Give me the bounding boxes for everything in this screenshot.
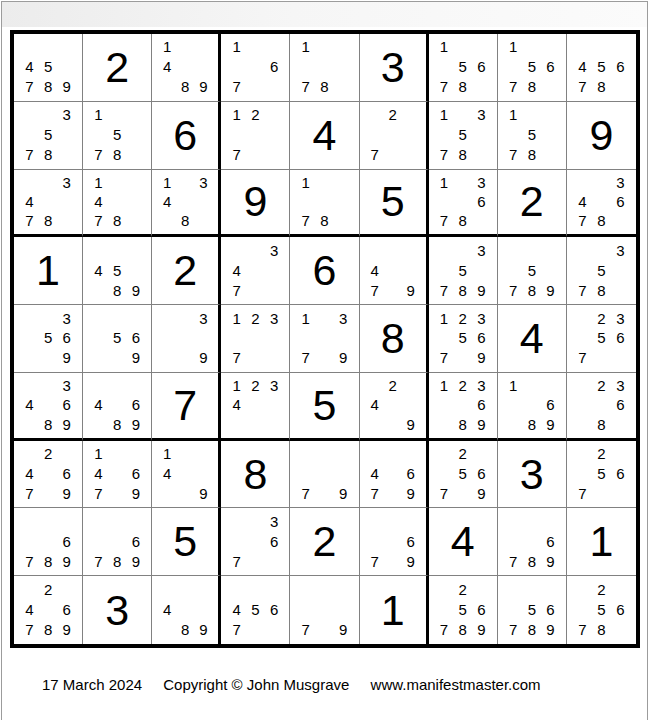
- cell-r7c9: 2567: [567, 441, 636, 509]
- pencil-mark: 8: [108, 414, 127, 433]
- pencil-mark: 4: [366, 395, 384, 414]
- pencil-mark: 8: [592, 280, 611, 300]
- cell-r3c5: 178: [290, 170, 359, 238]
- pencil-mark: 6: [265, 531, 284, 551]
- pencil-marks: 123689: [429, 373, 497, 438]
- pencil-mark: 7: [366, 484, 384, 504]
- pencil-mark: 3: [472, 308, 491, 328]
- footer-copyright: Copyright © John Musgrave: [163, 676, 349, 693]
- pencil-mark: 1: [227, 308, 246, 328]
- cell-r3c2: 1478: [83, 170, 152, 238]
- pencil-mark: 3: [472, 376, 491, 395]
- pencil-mark: 8: [592, 414, 611, 433]
- pencil-mark: 5: [39, 57, 58, 77]
- pencil-mark: 9: [57, 551, 76, 571]
- cell-r5c1: 3569: [14, 305, 83, 373]
- cell-r1c7: 15678: [429, 34, 498, 102]
- pencil-marks: 2368: [567, 373, 636, 438]
- pencil-marks: 45678: [567, 34, 636, 101]
- pencil-marks: 79: [290, 441, 358, 508]
- pencil-mark: 5: [592, 260, 611, 280]
- pencil-mark: 5: [246, 599, 265, 619]
- cell-r4c1: 1: [14, 237, 83, 305]
- pencil-mark: 1: [504, 376, 523, 395]
- pencil-mark: 2: [39, 579, 58, 599]
- solved-digit: 3: [520, 453, 544, 496]
- pencil-mark: 8: [39, 414, 58, 433]
- pencil-marks: 149: [152, 441, 218, 508]
- pencil-marks: 489: [152, 576, 218, 644]
- pencil-marks: 367: [221, 508, 289, 575]
- pencil-mark: 2: [592, 308, 611, 328]
- pencil-mark: 7: [435, 348, 454, 368]
- cell-r6c6: 249: [360, 373, 429, 441]
- pencil-mark: 6: [611, 464, 630, 484]
- pencil-mark: 8: [108, 551, 127, 571]
- pencil-mark: 9: [194, 484, 212, 504]
- pencil-marks: 1578: [83, 102, 151, 169]
- pencil-mark: 6: [57, 599, 76, 619]
- pencil-mark: 1: [435, 376, 454, 395]
- cell-r1c8: 15678: [498, 34, 567, 102]
- pencil-mark: 9: [541, 551, 560, 571]
- footer: 17 March 2024 Copyright © John Musgrave …: [42, 676, 541, 693]
- cell-r2c6: 27: [360, 102, 429, 170]
- pencil-mark: 7: [504, 145, 523, 165]
- pencil-mark: 7: [89, 551, 108, 571]
- cell-r5c3: 39: [152, 305, 221, 373]
- cell-r3c8: 2: [498, 170, 567, 238]
- cell-r6c3: 7: [152, 373, 221, 441]
- pencil-mark: 6: [472, 395, 491, 414]
- pencil-mark: 7: [573, 211, 592, 230]
- pencil-mark: 3: [194, 308, 212, 328]
- pencil-mark: 7: [504, 280, 523, 300]
- pencil-marks: 4567: [221, 576, 289, 644]
- pencil-mark: 6: [472, 328, 491, 348]
- pencil-mark: 3: [472, 173, 491, 192]
- pencil-marks: 6789: [14, 508, 82, 575]
- pencil-mark: 5: [39, 328, 58, 348]
- pencil-mark: 1: [158, 444, 176, 464]
- pencil-marks: 3578: [567, 237, 636, 304]
- pencil-mark: 8: [108, 145, 127, 165]
- pencil-marks: 34689: [14, 373, 82, 438]
- cell-r5c6: 8: [360, 305, 429, 373]
- pencil-mark: 3: [611, 308, 630, 328]
- pencil-mark: 5: [453, 599, 472, 619]
- pencil-mark: 7: [573, 620, 592, 640]
- cell-r3c3: 1348: [152, 170, 221, 238]
- cell-r2c2: 1578: [83, 102, 152, 170]
- cell-r9c7: 256789: [429, 576, 498, 644]
- cell-r8c9: 1: [567, 508, 636, 576]
- cell-r8c1: 6789: [14, 508, 83, 576]
- cell-r2c7: 13578: [429, 102, 498, 170]
- cell-r1c5: 178: [290, 34, 359, 102]
- solved-digit: 1: [589, 520, 613, 563]
- pencil-mark: 8: [522, 620, 541, 640]
- pencil-mark: 6: [402, 464, 420, 484]
- pencil-mark: 9: [472, 620, 491, 640]
- cell-r5c5: 1379: [290, 305, 359, 373]
- cell-r7c2: 14679: [83, 441, 152, 509]
- cell-r4c4: 347: [221, 237, 290, 305]
- pencil-mark: 7: [366, 551, 384, 571]
- cell-r2c1: 3578: [14, 102, 83, 170]
- cell-r9c8: 56789: [498, 576, 567, 644]
- cell-r1c9: 45678: [567, 34, 636, 102]
- pencil-marks: 1234: [221, 373, 289, 438]
- pencil-mark: 6: [541, 57, 560, 77]
- pencil-marks: 27: [360, 102, 426, 169]
- top-toolbar-strip: [2, 2, 647, 27]
- pencil-mark: 9: [57, 484, 76, 504]
- pencil-mark: 9: [127, 348, 146, 368]
- pencil-mark: 5: [453, 260, 472, 280]
- pencil-mark: 7: [504, 620, 523, 640]
- pencil-mark: 1: [158, 173, 176, 192]
- pencil-mark: 5: [592, 57, 611, 77]
- pencil-marks: 13678: [429, 170, 497, 235]
- pencil-mark: 5: [522, 260, 541, 280]
- pencil-mark: 1: [89, 444, 108, 464]
- pencil-mark: 3: [265, 376, 284, 395]
- pencil-mark: 7: [435, 620, 454, 640]
- pencil-mark: 6: [611, 192, 630, 211]
- pencil-mark: 7: [366, 145, 384, 165]
- cell-r3c6: 5: [360, 170, 429, 238]
- pencil-mark: 8: [176, 77, 194, 97]
- pencil-mark: 6: [57, 395, 76, 414]
- pencil-mark: 4: [158, 192, 176, 211]
- pencil-mark: 9: [472, 484, 491, 504]
- pencil-mark: 4: [20, 464, 39, 484]
- cell-r9c1: 246789: [14, 576, 83, 644]
- pencil-mark: 1: [158, 37, 176, 57]
- pencil-mark: 2: [246, 308, 265, 328]
- pencil-mark: 7: [20, 145, 39, 165]
- pencil-mark: 9: [472, 280, 491, 300]
- cell-r7c1: 24679: [14, 441, 83, 509]
- solved-digit: 2: [105, 46, 129, 89]
- pencil-mark: 7: [227, 280, 246, 300]
- pencil-marks: 1235679: [429, 305, 497, 372]
- cell-r7c3: 149: [152, 441, 221, 509]
- pencil-mark: 9: [541, 620, 560, 640]
- pencil-mark: 6: [265, 57, 284, 77]
- pencil-mark: 4: [89, 192, 108, 211]
- pencil-mark: 7: [573, 77, 592, 97]
- cell-r5c4: 1237: [221, 305, 290, 373]
- sudoku-board: 4578921489167178315678156784567835781578…: [10, 30, 640, 648]
- pencil-mark: 2: [246, 105, 265, 125]
- pencil-mark: 2: [384, 376, 402, 395]
- pencil-mark: 4: [89, 260, 108, 280]
- pencil-mark: 7: [435, 77, 454, 97]
- footer-website: www.manifestmaster.com: [371, 676, 541, 693]
- pencil-mark: 5: [592, 328, 611, 348]
- pencil-mark: 9: [127, 551, 146, 571]
- pencil-mark: 3: [611, 376, 630, 395]
- pencil-mark: 9: [541, 280, 560, 300]
- pencil-mark: 9: [57, 414, 76, 433]
- pencil-mark: 7: [573, 280, 592, 300]
- pencil-marks: 1348: [152, 170, 218, 235]
- solved-digit: 5: [313, 384, 337, 427]
- pencil-mark: 8: [453, 211, 472, 230]
- pencil-mark: 7: [296, 484, 315, 504]
- pencil-mark: 8: [522, 77, 541, 97]
- cell-r8c5: 2: [290, 508, 359, 576]
- pencil-mark: 9: [194, 348, 212, 368]
- cell-r4c2: 4589: [83, 237, 152, 305]
- pencil-marks: 127: [221, 102, 289, 169]
- cell-r4c5: 6: [290, 237, 359, 305]
- pencil-mark: 5: [522, 125, 541, 145]
- pencil-marks: 15678: [498, 34, 566, 101]
- pencil-mark: 7: [435, 280, 454, 300]
- cell-r8c3: 5: [152, 508, 221, 576]
- pencil-marks: 34678: [567, 170, 636, 235]
- pencil-mark: 8: [453, 280, 472, 300]
- pencil-mark: 4: [573, 192, 592, 211]
- cell-r9c2: 3: [83, 576, 152, 644]
- pencil-mark: 7: [573, 484, 592, 504]
- cell-r9c5: 79: [290, 576, 359, 644]
- pencil-mark: 6: [611, 599, 630, 619]
- pencil-marks: 256789: [429, 576, 497, 644]
- solved-digit: 5: [381, 180, 405, 223]
- cell-r6c8: 1689: [498, 373, 567, 441]
- pencil-marks: 1489: [152, 34, 218, 101]
- pencil-mark: 8: [592, 77, 611, 97]
- solved-digit: 2: [173, 249, 197, 292]
- pencil-marks: 5789: [498, 237, 566, 304]
- pencil-mark: 9: [472, 348, 491, 368]
- pencil-mark: 7: [227, 620, 246, 640]
- pencil-mark: 6: [127, 395, 146, 414]
- pencil-mark: 8: [522, 145, 541, 165]
- pencil-mark: 1: [227, 105, 246, 125]
- solved-digit: 4: [520, 317, 544, 360]
- pencil-mark: 7: [366, 280, 384, 300]
- pencil-mark: 6: [402, 531, 420, 551]
- pencil-mark: 6: [541, 599, 560, 619]
- cell-r7c8: 3: [498, 441, 567, 509]
- pencil-mark: 3: [265, 308, 284, 328]
- pencil-mark: 3: [472, 240, 491, 260]
- pencil-mark: 6: [611, 395, 630, 414]
- footer-date: 17 March 2024: [42, 676, 142, 693]
- pencil-mark: 7: [20, 620, 39, 640]
- pencil-mark: 8: [108, 280, 127, 300]
- pencil-mark: 1: [435, 105, 454, 125]
- pencil-mark: 7: [573, 348, 592, 368]
- pencil-mark: 2: [592, 444, 611, 464]
- pencil-mark: 3: [57, 308, 76, 328]
- pencil-mark: 9: [334, 348, 353, 368]
- pencil-marks: 178: [290, 34, 358, 101]
- pencil-mark: 7: [20, 484, 39, 504]
- pencil-mark: 9: [127, 484, 146, 504]
- pencil-marks: 246789: [14, 576, 82, 644]
- solved-digit: 6: [173, 114, 197, 157]
- pencil-marks: 1689: [498, 373, 566, 438]
- pencil-mark: 6: [541, 395, 560, 414]
- pencil-mark: 2: [384, 105, 402, 125]
- pencil-mark: 8: [453, 77, 472, 97]
- pencil-mark: 1: [435, 308, 454, 328]
- pencil-mark: 7: [296, 348, 315, 368]
- pencil-mark: 4: [158, 464, 176, 484]
- pencil-mark: 7: [296, 77, 315, 97]
- pencil-mark: 3: [611, 173, 630, 192]
- solved-digit: 1: [36, 249, 60, 292]
- cell-r3c1: 3478: [14, 170, 83, 238]
- pencil-mark: 4: [89, 395, 108, 414]
- cell-r1c3: 1489: [152, 34, 221, 102]
- pencil-mark: 1: [435, 173, 454, 192]
- pencil-mark: 3: [57, 376, 76, 395]
- pencil-mark: 9: [57, 77, 76, 97]
- pencil-mark: 7: [227, 77, 246, 97]
- pencil-marks: 4589: [83, 237, 151, 304]
- pencil-marks: 249: [360, 373, 426, 438]
- solved-digit: 9: [589, 114, 613, 157]
- pencil-mark: 2: [246, 376, 265, 395]
- pencil-mark: 7: [227, 348, 246, 368]
- pencil-mark: 5: [108, 125, 127, 145]
- pencil-mark: 1: [504, 105, 523, 125]
- pencil-mark: 3: [57, 105, 76, 125]
- pencil-marks: 39: [152, 305, 218, 372]
- pencil-mark: 1: [296, 37, 315, 57]
- pencil-mark: 1: [89, 173, 108, 192]
- pencil-marks: 3569: [14, 305, 82, 372]
- pencil-mark: 5: [592, 599, 611, 619]
- cell-r8c2: 6789: [83, 508, 152, 576]
- pencil-mark: 6: [127, 531, 146, 551]
- pencil-mark: 8: [39, 620, 58, 640]
- cell-r6c1: 34689: [14, 373, 83, 441]
- pencil-marks: 479: [360, 237, 426, 304]
- pencil-marks: 4689: [83, 373, 151, 438]
- cell-r2c8: 1578: [498, 102, 567, 170]
- pencil-mark: 6: [472, 464, 491, 484]
- pencil-mark: 9: [334, 620, 353, 640]
- pencil-marks: 1379: [290, 305, 358, 372]
- pencil-mark: 8: [176, 211, 194, 230]
- pencil-mark: 6: [472, 192, 491, 211]
- solved-digit: 4: [313, 114, 337, 157]
- solved-digit: 3: [105, 589, 129, 632]
- pencil-mark: 1: [89, 105, 108, 125]
- pencil-mark: 4: [89, 464, 108, 484]
- pencil-mark: 9: [472, 414, 491, 433]
- cell-r2c5: 4: [290, 102, 359, 170]
- pencil-mark: 5: [522, 57, 541, 77]
- cell-r1c4: 167: [221, 34, 290, 102]
- cell-r7c4: 8: [221, 441, 290, 509]
- pencil-mark: 5: [522, 599, 541, 619]
- pencil-mark: 1: [227, 376, 246, 395]
- pencil-marks: 14679: [83, 441, 151, 508]
- pencil-marks: 23567: [567, 305, 636, 372]
- cell-r7c5: 79: [290, 441, 359, 509]
- pencil-mark: 5: [453, 125, 472, 145]
- cell-r4c8: 5789: [498, 237, 567, 305]
- pencil-mark: 4: [158, 57, 176, 77]
- cell-r6c4: 1234: [221, 373, 290, 441]
- pencil-mark: 6: [611, 57, 630, 77]
- cell-r8c6: 679: [360, 508, 429, 576]
- pencil-mark: 4: [20, 599, 39, 619]
- pencil-marks: 1478: [83, 170, 151, 235]
- pencil-mark: 4: [20, 192, 39, 211]
- cell-r4c6: 479: [360, 237, 429, 305]
- cell-r1c6: 3: [360, 34, 429, 102]
- cell-r9c4: 4567: [221, 576, 290, 644]
- cell-r2c4: 127: [221, 102, 290, 170]
- pencil-mark: 7: [435, 484, 454, 504]
- pencil-marks: 25679: [429, 441, 497, 508]
- cell-r5c9: 23567: [567, 305, 636, 373]
- pencil-mark: 2: [592, 376, 611, 395]
- pencil-mark: 9: [402, 484, 420, 504]
- pencil-mark: 5: [108, 260, 127, 280]
- pencil-mark: 2: [39, 444, 58, 464]
- pencil-mark: 8: [522, 414, 541, 433]
- cell-r3c7: 13678: [429, 170, 498, 238]
- pencil-mark: 2: [453, 579, 472, 599]
- pencil-mark: 9: [194, 77, 212, 97]
- solved-digit: 1: [381, 589, 405, 632]
- pencil-marks: 3478: [14, 170, 82, 235]
- pencil-marks: 56789: [498, 576, 566, 644]
- cell-r2c9: 9: [567, 102, 636, 170]
- solved-digit: 6: [313, 249, 337, 292]
- pencil-mark: 3: [611, 240, 630, 260]
- cell-r6c2: 4689: [83, 373, 152, 441]
- solved-digit: 8: [381, 317, 405, 360]
- solved-digit: 3: [381, 46, 405, 89]
- pencil-mark: 8: [522, 551, 541, 571]
- pencil-mark: 1: [435, 37, 454, 57]
- cell-r7c6: 4679: [360, 441, 429, 509]
- pencil-marks: 3578: [14, 102, 82, 169]
- pencil-mark: 8: [108, 211, 127, 230]
- cell-r4c7: 35789: [429, 237, 498, 305]
- pencil-mark: 6: [472, 57, 491, 77]
- cell-r9c9: 25678: [567, 576, 636, 644]
- pencil-mark: 9: [402, 414, 420, 433]
- pencil-mark: 9: [194, 620, 212, 640]
- pencil-mark: 1: [227, 37, 246, 57]
- pencil-marks: 2567: [567, 441, 636, 508]
- pencil-mark: 7: [20, 551, 39, 571]
- pencil-marks: 79: [290, 576, 358, 644]
- cell-r5c2: 569: [83, 305, 152, 373]
- pencil-mark: 5: [453, 328, 472, 348]
- pencil-mark: 8: [592, 620, 611, 640]
- pencil-mark: 4: [20, 57, 39, 77]
- pencil-mark: 8: [453, 414, 472, 433]
- pencil-mark: 1: [504, 37, 523, 57]
- pencil-mark: 4: [227, 260, 246, 280]
- pencil-mark: 6: [127, 328, 146, 348]
- pencil-mark: 6: [127, 464, 146, 484]
